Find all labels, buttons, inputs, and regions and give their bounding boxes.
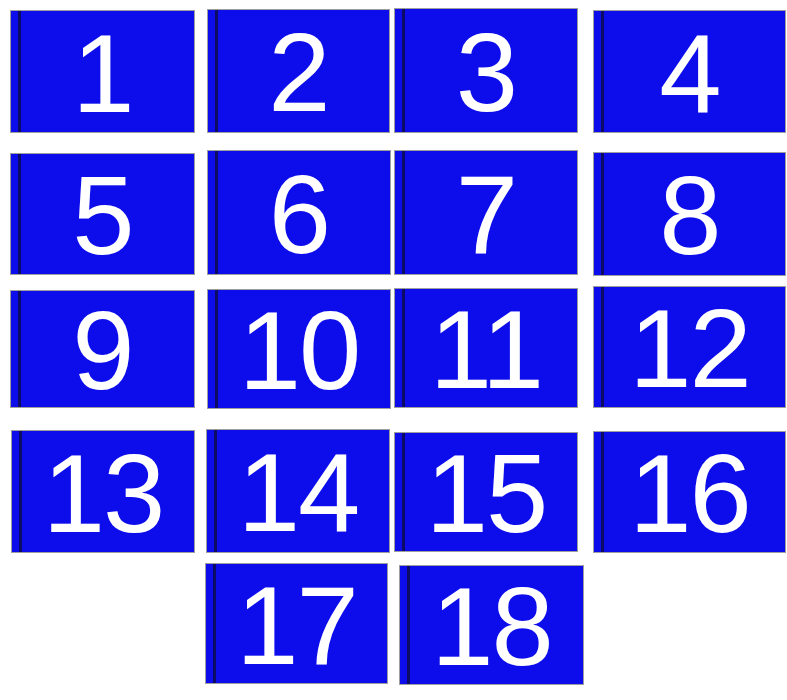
tile-12[interactable]: 12 — [593, 286, 786, 408]
tile-number: 9 — [72, 295, 132, 407]
tile-board: 123456789101112131415161718 — [0, 0, 787, 700]
tile-number: 12 — [629, 293, 750, 405]
tile-number: 18 — [431, 571, 552, 683]
tile-number: 17 — [236, 570, 357, 682]
tile-5[interactable]: 5 — [10, 153, 195, 275]
tile-number: 5 — [72, 160, 132, 272]
tile-9[interactable]: 9 — [10, 290, 195, 408]
tile-number: 16 — [629, 438, 750, 550]
tile-8[interactable]: 8 — [593, 152, 786, 276]
tile-number: 11 — [430, 294, 542, 406]
tile-18[interactable]: 18 — [399, 565, 584, 685]
tile-16[interactable]: 16 — [593, 431, 786, 553]
tile-4[interactable]: 4 — [593, 10, 786, 133]
tile-17[interactable]: 17 — [205, 563, 388, 684]
tile-13[interactable]: 13 — [11, 430, 195, 553]
tile-number: 6 — [269, 159, 329, 271]
tile-10[interactable]: 10 — [207, 289, 391, 409]
tile-number: 10 — [239, 295, 360, 407]
tile-1[interactable]: 1 — [10, 10, 195, 133]
tile-3[interactable]: 3 — [394, 8, 578, 133]
tile-6[interactable]: 6 — [207, 150, 391, 275]
tile-number: 13 — [43, 438, 164, 550]
tile-14[interactable]: 14 — [206, 429, 390, 553]
tile-number: 8 — [659, 160, 719, 272]
tile-number: 3 — [456, 17, 516, 129]
tile-11[interactable]: 11 — [394, 288, 578, 408]
tile-2[interactable]: 2 — [207, 9, 390, 133]
tile-7[interactable]: 7 — [394, 150, 578, 275]
tile-number: 2 — [268, 17, 328, 129]
tile-number: 7 — [456, 159, 516, 271]
tile-15[interactable]: 15 — [394, 432, 578, 552]
tile-number: 14 — [238, 437, 359, 549]
tile-number: 1 — [72, 18, 132, 130]
tile-number: 4 — [659, 18, 719, 130]
tile-number: 15 — [426, 438, 547, 550]
